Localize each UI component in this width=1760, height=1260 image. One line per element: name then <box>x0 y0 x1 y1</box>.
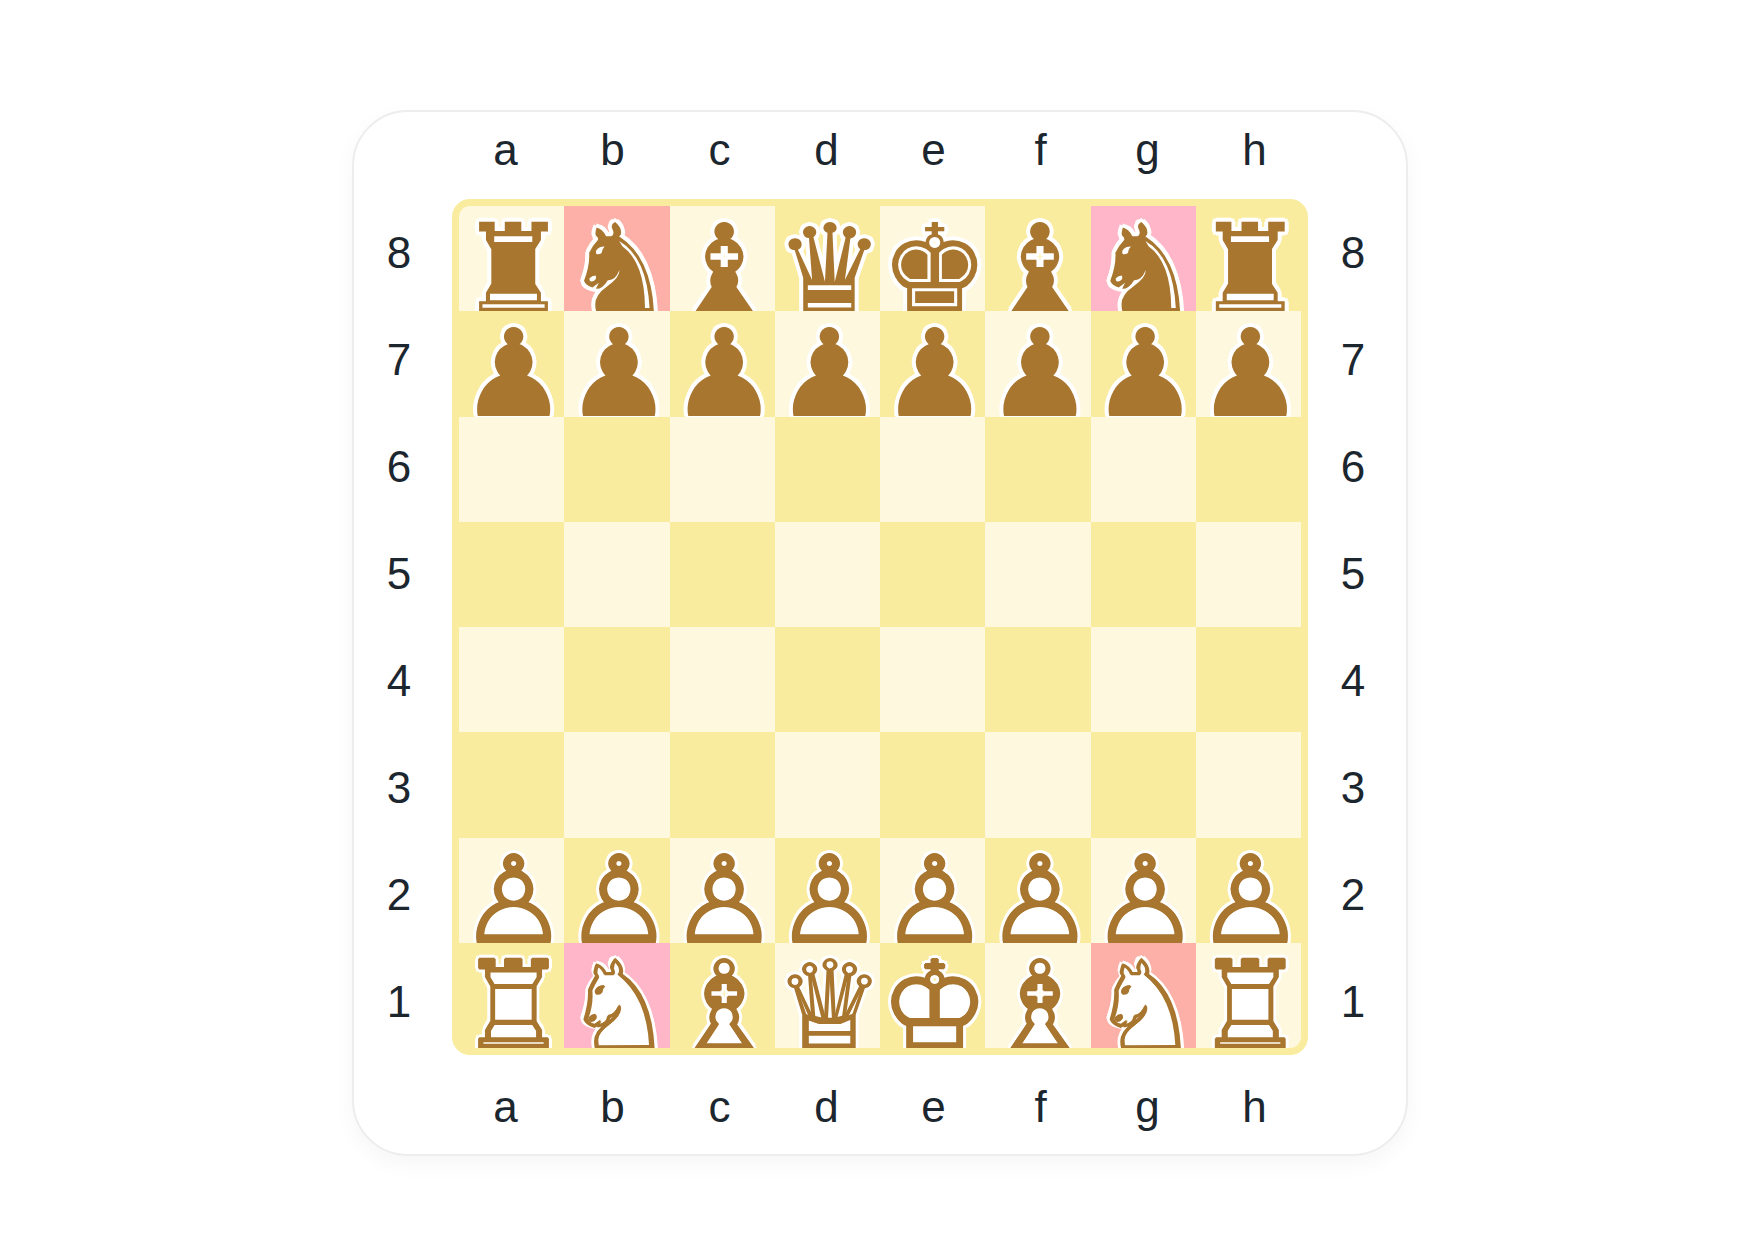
piece-black-knight[interactable]: ♞ <box>564 208 669 313</box>
square-h1[interactable]: ♜♖ <box>1196 943 1301 1048</box>
square-g5[interactable] <box>1091 522 1196 627</box>
piece-black-knight[interactable]: ♞ <box>1091 208 1196 313</box>
file-labels-top: abcdefgh <box>452 120 1308 180</box>
piece-glyph-outline: ♗ <box>985 945 1094 1048</box>
piece-white-pawn[interactable]: ♟♙ <box>1091 840 1196 945</box>
square-b8[interactable]: ♞ <box>564 206 669 311</box>
piece-white-bishop[interactable]: ♝♗ <box>985 945 1090 1048</box>
piece-black-pawn[interactable]: ♟ <box>775 313 880 418</box>
file-label-bottom-c: c <box>666 1077 773 1137</box>
rank-label-right-1: 1 <box>1322 948 1384 1055</box>
file-label-top-a: a <box>452 120 559 180</box>
square-e6[interactable] <box>880 417 985 522</box>
file-label-top-d: d <box>773 120 880 180</box>
piece-white-pawn[interactable]: ♟♙ <box>880 840 985 945</box>
file-label-bottom-b: b <box>559 1077 666 1137</box>
piece-black-king[interactable]: ♚ <box>880 208 985 313</box>
square-h7[interactable]: ♟ <box>1196 311 1301 416</box>
square-h8[interactable]: ♜ <box>1196 206 1301 311</box>
piece-black-pawn[interactable]: ♟ <box>564 313 669 418</box>
square-f4[interactable] <box>985 627 1090 732</box>
piece-black-bishop[interactable]: ♝ <box>985 208 1090 313</box>
square-c3[interactable] <box>670 732 775 837</box>
square-c8[interactable]: ♝ <box>670 206 775 311</box>
piece-black-rook[interactable]: ♜ <box>1196 208 1301 313</box>
rank-label-right-7: 7 <box>1322 306 1384 413</box>
file-label-top-g: g <box>1094 120 1201 180</box>
square-a4[interactable] <box>459 627 564 732</box>
square-e5[interactable] <box>880 522 985 627</box>
rank-label-left-4: 4 <box>368 627 430 734</box>
square-d4[interactable] <box>775 627 880 732</box>
square-h2[interactable]: ♟♙ <box>1196 838 1301 943</box>
file-label-top-b: b <box>559 120 666 180</box>
square-d8[interactable]: ♛ <box>775 206 880 311</box>
square-g4[interactable] <box>1091 627 1196 732</box>
page: abcdefgh abcdefgh 87654321 87654321 ♜♞♝♛… <box>0 0 1760 1260</box>
rank-label-left-7: 7 <box>368 306 430 413</box>
square-h5[interactable] <box>1196 522 1301 627</box>
piece-glyph-outline: ♘ <box>564 945 673 1048</box>
rank-labels-right: 87654321 <box>1322 199 1384 1055</box>
square-c1[interactable]: ♝♗ <box>670 943 775 1048</box>
square-b4[interactable] <box>564 627 669 732</box>
piece-white-rook[interactable]: ♜♖ <box>459 945 564 1048</box>
square-c4[interactable] <box>670 627 775 732</box>
square-b7[interactable]: ♟ <box>564 311 669 416</box>
piece-white-bishop[interactable]: ♝♗ <box>670 945 775 1048</box>
piece-white-pawn[interactable]: ♟♙ <box>564 840 669 945</box>
file-label-top-c: c <box>666 120 773 180</box>
file-label-top-h: h <box>1201 120 1308 180</box>
piece-glyph-outline: ♕ <box>775 945 884 1048</box>
square-g2[interactable]: ♟♙ <box>1091 838 1196 943</box>
square-a3[interactable] <box>459 732 564 837</box>
rank-label-left-5: 5 <box>368 520 430 627</box>
piece-black-pawn[interactable]: ♟ <box>1196 313 1301 418</box>
square-f3[interactable] <box>985 732 1090 837</box>
file-label-bottom-d: d <box>773 1077 880 1137</box>
square-e3[interactable] <box>880 732 985 837</box>
square-b2[interactable]: ♟♙ <box>564 838 669 943</box>
rank-label-left-6: 6 <box>368 413 430 520</box>
piece-glyph-outline: ♖ <box>459 945 568 1048</box>
square-g7[interactable]: ♟ <box>1091 311 1196 416</box>
piece-white-knight[interactable]: ♞♘ <box>564 945 669 1048</box>
square-b6[interactable] <box>564 417 669 522</box>
rank-label-left-3: 3 <box>368 734 430 841</box>
square-g8[interactable]: ♞ <box>1091 206 1196 311</box>
square-d6[interactable] <box>775 417 880 522</box>
piece-black-pawn[interactable]: ♟ <box>670 313 775 418</box>
file-label-bottom-a: a <box>452 1077 559 1137</box>
square-c5[interactable] <box>670 522 775 627</box>
rank-label-right-4: 4 <box>1322 627 1384 734</box>
square-c2[interactable]: ♟♙ <box>670 838 775 943</box>
rank-label-left-8: 8 <box>368 199 430 306</box>
square-e4[interactable] <box>880 627 985 732</box>
rank-label-right-8: 8 <box>1322 199 1384 306</box>
piece-white-knight[interactable]: ♞♘ <box>1091 945 1196 1048</box>
piece-black-queen[interactable]: ♛ <box>775 208 880 313</box>
square-f2[interactable]: ♟♙ <box>985 838 1090 943</box>
square-a1[interactable]: ♜♖ <box>459 943 564 1048</box>
piece-white-king[interactable]: ♚♔ <box>880 945 985 1048</box>
rank-labels-left: 87654321 <box>368 199 430 1055</box>
square-e8[interactable]: ♚ <box>880 206 985 311</box>
square-f5[interactable] <box>985 522 1090 627</box>
square-g3[interactable] <box>1091 732 1196 837</box>
rank-label-right-6: 6 <box>1322 413 1384 520</box>
rank-label-right-5: 5 <box>1322 520 1384 627</box>
chess-board: ♜♞♝♛♚♝♞♜♟♟♟♟♟♟♟♟♟♙♟♙♟♙♟♙♟♙♟♙♟♙♟♙♜♖♞♘♝♗♛♕… <box>452 199 1308 1055</box>
square-b1[interactable]: ♞♘ <box>564 943 669 1048</box>
square-d2[interactable]: ♟♙ <box>775 838 880 943</box>
square-g1[interactable]: ♞♘ <box>1091 943 1196 1048</box>
piece-white-queen[interactable]: ♛♕ <box>775 945 880 1048</box>
rank-label-left-1: 1 <box>368 948 430 1055</box>
square-h6[interactable] <box>1196 417 1301 522</box>
square-d5[interactable] <box>775 522 880 627</box>
file-labels-bottom: abcdefgh <box>452 1077 1308 1137</box>
square-e7[interactable]: ♟ <box>880 311 985 416</box>
square-b3[interactable] <box>564 732 669 837</box>
square-e2[interactable]: ♟♙ <box>880 838 985 943</box>
square-c6[interactable] <box>670 417 775 522</box>
piece-black-pawn[interactable]: ♟ <box>459 313 564 418</box>
square-f6[interactable] <box>985 417 1090 522</box>
square-a6[interactable] <box>459 417 564 522</box>
rank-label-right-2: 2 <box>1322 841 1384 948</box>
square-d3[interactable] <box>775 732 880 837</box>
square-f7[interactable]: ♟ <box>985 311 1090 416</box>
piece-black-bishop[interactable]: ♝ <box>670 208 775 313</box>
piece-black-pawn[interactable]: ♟ <box>985 313 1090 418</box>
square-d7[interactable]: ♟ <box>775 311 880 416</box>
piece-white-pawn[interactable]: ♟♙ <box>1196 840 1301 945</box>
rank-label-left-2: 2 <box>368 841 430 948</box>
piece-black-pawn[interactable]: ♟ <box>880 313 985 418</box>
rank-label-right-3: 3 <box>1322 734 1384 841</box>
piece-white-pawn[interactable]: ♟♙ <box>985 840 1090 945</box>
piece-white-pawn[interactable]: ♟♙ <box>775 840 880 945</box>
square-f8[interactable]: ♝ <box>985 206 1090 311</box>
square-a7[interactable]: ♟ <box>459 311 564 416</box>
square-a8[interactable]: ♜ <box>459 206 564 311</box>
square-h3[interactable] <box>1196 732 1301 837</box>
file-label-bottom-h: h <box>1201 1077 1308 1137</box>
piece-black-rook[interactable]: ♜ <box>459 208 564 313</box>
square-c7[interactable]: ♟ <box>670 311 775 416</box>
file-label-bottom-f: f <box>987 1077 1094 1137</box>
piece-glyph-outline: ♖ <box>1196 945 1301 1048</box>
square-a5[interactable] <box>459 522 564 627</box>
square-d1[interactable]: ♛♕ <box>775 943 880 1048</box>
piece-glyph-outline: ♗ <box>670 945 779 1048</box>
file-label-bottom-g: g <box>1094 1077 1201 1137</box>
chess-board-grid: ♜♞♝♛♚♝♞♜♟♟♟♟♟♟♟♟♟♙♟♙♟♙♟♙♟♙♟♙♟♙♟♙♜♖♞♘♝♗♛♕… <box>459 206 1301 1048</box>
file-label-bottom-e: e <box>880 1077 987 1137</box>
square-f1[interactable]: ♝♗ <box>985 943 1090 1048</box>
file-label-top-f: f <box>987 120 1094 180</box>
square-a2[interactable]: ♟♙ <box>459 838 564 943</box>
square-g6[interactable] <box>1091 417 1196 522</box>
square-e1[interactable]: ♚♔ <box>880 943 985 1048</box>
square-b5[interactable] <box>564 522 669 627</box>
piece-white-rook[interactable]: ♜♖ <box>1196 945 1301 1048</box>
piece-glyph-outline: ♘ <box>1091 945 1200 1048</box>
file-label-top-e: e <box>880 120 987 180</box>
piece-glyph-outline: ♔ <box>880 945 989 1048</box>
piece-black-pawn[interactable]: ♟ <box>1091 313 1196 418</box>
piece-white-pawn[interactable]: ♟♙ <box>670 840 775 945</box>
square-h4[interactable] <box>1196 627 1301 732</box>
piece-white-pawn[interactable]: ♟♙ <box>459 840 564 945</box>
board-card: abcdefgh abcdefgh 87654321 87654321 ♜♞♝♛… <box>352 110 1408 1156</box>
